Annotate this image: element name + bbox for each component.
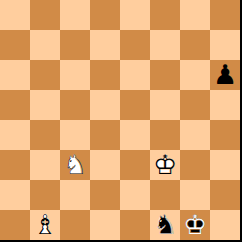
square-d3[interactable] bbox=[90, 150, 120, 180]
square-b6[interactable] bbox=[30, 60, 60, 90]
square-c3[interactable]: ♞♘ bbox=[60, 150, 90, 180]
square-a8[interactable] bbox=[0, 0, 30, 30]
white-king-detail-glyph: ♔ bbox=[150, 150, 180, 180]
white-bishop-detail-glyph: ♗ bbox=[30, 210, 60, 240]
square-g6[interactable] bbox=[180, 60, 210, 90]
square-e5[interactable] bbox=[120, 90, 150, 120]
square-e8[interactable] bbox=[120, 0, 150, 30]
square-d2[interactable] bbox=[90, 180, 120, 210]
square-a6[interactable] bbox=[0, 60, 30, 90]
square-g2[interactable] bbox=[180, 180, 210, 210]
square-f6[interactable] bbox=[150, 60, 180, 90]
square-d5[interactable] bbox=[90, 90, 120, 120]
square-f1[interactable]: ♞♘ bbox=[150, 210, 180, 240]
square-h3[interactable] bbox=[210, 150, 240, 180]
square-c6[interactable] bbox=[60, 60, 90, 90]
square-b1[interactable]: ♝♗ bbox=[30, 210, 60, 240]
piece-black-king[interactable]: ♚♔ bbox=[180, 210, 210, 240]
square-a3[interactable] bbox=[0, 150, 30, 180]
square-d6[interactable] bbox=[90, 60, 120, 90]
square-f3[interactable]: ♚♔ bbox=[150, 150, 180, 180]
square-d1[interactable] bbox=[90, 210, 120, 240]
square-b8[interactable] bbox=[30, 0, 60, 30]
square-d4[interactable] bbox=[90, 120, 120, 150]
square-d7[interactable] bbox=[90, 30, 120, 60]
white-knight-detail-glyph: ♘ bbox=[60, 150, 90, 180]
square-a4[interactable] bbox=[0, 120, 30, 150]
square-h5[interactable] bbox=[210, 90, 240, 120]
black-pawn-fill-glyph: ♟ bbox=[210, 60, 240, 90]
piece-white-king[interactable]: ♚♔ bbox=[150, 150, 180, 180]
square-b3[interactable] bbox=[30, 150, 60, 180]
square-c2[interactable] bbox=[60, 180, 90, 210]
square-h7[interactable] bbox=[210, 30, 240, 60]
square-a1[interactable] bbox=[0, 210, 30, 240]
square-b5[interactable] bbox=[30, 90, 60, 120]
square-e1[interactable] bbox=[120, 210, 150, 240]
square-c7[interactable] bbox=[60, 30, 90, 60]
chess-board: ♟♞♘♚♔♝♗♞♘♚♔ bbox=[0, 0, 240, 240]
piece-black-knight[interactable]: ♞♘ bbox=[150, 210, 180, 240]
square-a2[interactable] bbox=[0, 180, 30, 210]
square-e2[interactable] bbox=[120, 180, 150, 210]
square-g3[interactable] bbox=[180, 150, 210, 180]
square-f8[interactable] bbox=[150, 0, 180, 30]
square-d8[interactable] bbox=[90, 0, 120, 30]
square-g4[interactable] bbox=[180, 120, 210, 150]
black-knight-detail-glyph: ♘ bbox=[150, 210, 180, 240]
square-b4[interactable] bbox=[30, 120, 60, 150]
piece-white-bishop[interactable]: ♝♗ bbox=[30, 210, 60, 240]
square-e3[interactable] bbox=[120, 150, 150, 180]
square-g5[interactable] bbox=[180, 90, 210, 120]
square-h4[interactable] bbox=[210, 120, 240, 150]
square-h1[interactable] bbox=[210, 210, 240, 240]
square-c5[interactable] bbox=[60, 90, 90, 120]
square-c1[interactable] bbox=[60, 210, 90, 240]
square-c4[interactable] bbox=[60, 120, 90, 150]
square-f4[interactable] bbox=[150, 120, 180, 150]
square-f7[interactable] bbox=[150, 30, 180, 60]
piece-black-pawn[interactable]: ♟ bbox=[210, 60, 240, 90]
square-e4[interactable] bbox=[120, 120, 150, 150]
square-a7[interactable] bbox=[0, 30, 30, 60]
square-g7[interactable] bbox=[180, 30, 210, 60]
square-b2[interactable] bbox=[30, 180, 60, 210]
square-e7[interactable] bbox=[120, 30, 150, 60]
square-b7[interactable] bbox=[30, 30, 60, 60]
square-f2[interactable] bbox=[150, 180, 180, 210]
square-h2[interactable] bbox=[210, 180, 240, 210]
square-h6[interactable]: ♟ bbox=[210, 60, 240, 90]
square-f5[interactable] bbox=[150, 90, 180, 120]
chess-board-frame: ♟♞♘♚♔♝♗♞♘♚♔ bbox=[0, 0, 242, 242]
square-h8[interactable] bbox=[210, 0, 240, 30]
square-a5[interactable] bbox=[0, 90, 30, 120]
square-g8[interactable] bbox=[180, 0, 210, 30]
black-king-detail-glyph: ♔ bbox=[180, 210, 210, 240]
square-g1[interactable]: ♚♔ bbox=[180, 210, 210, 240]
square-e6[interactable] bbox=[120, 60, 150, 90]
piece-white-knight[interactable]: ♞♘ bbox=[60, 150, 90, 180]
square-c8[interactable] bbox=[60, 0, 90, 30]
